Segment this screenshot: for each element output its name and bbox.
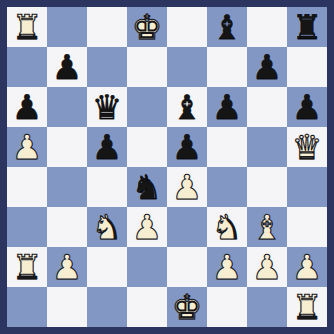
black-knight[interactable]: ♞	[132, 167, 162, 207]
white-knight[interactable]: ♞	[212, 207, 242, 247]
square-d7[interactable]	[127, 47, 167, 87]
square-e2[interactable]	[167, 247, 207, 287]
square-e6[interactable]: ♝	[167, 87, 207, 127]
square-a3[interactable]	[7, 207, 47, 247]
square-b3[interactable]	[47, 207, 87, 247]
square-a8[interactable]: ♜	[7, 7, 47, 47]
white-rook[interactable]: ♜	[12, 7, 42, 47]
square-c6[interactable]: ♛	[87, 87, 127, 127]
black-pawn[interactable]: ♟	[212, 87, 242, 127]
square-a7[interactable]	[7, 47, 47, 87]
square-h8[interactable]: ♜	[287, 7, 327, 47]
square-h7[interactable]	[287, 47, 327, 87]
white-rook[interactable]: ♜	[292, 287, 322, 327]
black-pawn[interactable]: ♟	[92, 127, 122, 167]
square-c3[interactable]: ♞	[87, 207, 127, 247]
square-f3[interactable]: ♞	[207, 207, 247, 247]
white-pawn[interactable]: ♟	[132, 207, 162, 247]
board-grid: ♜♚♝♜♟♟♟♛♝♟♟♟♟♟♛♞♟♞♟♞♝♜♟♟♟♟♚♜	[7, 7, 327, 327]
square-e8[interactable]	[167, 7, 207, 47]
square-a1[interactable]	[7, 287, 47, 327]
square-g4[interactable]	[247, 167, 287, 207]
white-bishop[interactable]: ♝	[252, 207, 282, 247]
square-h6[interactable]: ♟	[287, 87, 327, 127]
white-king[interactable]: ♚	[132, 7, 162, 47]
square-d3[interactable]: ♟	[127, 207, 167, 247]
white-queen[interactable]: ♛	[292, 127, 322, 167]
square-g1[interactable]	[247, 287, 287, 327]
white-rook[interactable]: ♜	[12, 247, 42, 287]
chess-board: ♜♚♝♜♟♟♟♛♝♟♟♟♟♟♛♞♟♞♟♞♝♜♟♟♟♟♚♜	[0, 0, 334, 334]
square-g8[interactable]	[247, 7, 287, 47]
white-pawn[interactable]: ♟	[172, 167, 202, 207]
white-pawn[interactable]: ♟	[12, 127, 42, 167]
square-h3[interactable]	[287, 207, 327, 247]
square-c1[interactable]	[87, 287, 127, 327]
black-pawn[interactable]: ♟	[12, 87, 42, 127]
square-b8[interactable]	[47, 7, 87, 47]
square-c5[interactable]: ♟	[87, 127, 127, 167]
square-e7[interactable]	[167, 47, 207, 87]
white-pawn[interactable]: ♟	[52, 247, 82, 287]
square-f5[interactable]	[207, 127, 247, 167]
square-b2[interactable]: ♟	[47, 247, 87, 287]
square-f7[interactable]	[207, 47, 247, 87]
square-f8[interactable]: ♝	[207, 7, 247, 47]
white-king[interactable]: ♚	[172, 287, 202, 327]
square-c4[interactable]	[87, 167, 127, 207]
white-pawn[interactable]: ♟	[212, 247, 242, 287]
black-pawn[interactable]: ♟	[252, 47, 282, 87]
square-f2[interactable]: ♟	[207, 247, 247, 287]
square-g2[interactable]: ♟	[247, 247, 287, 287]
square-b1[interactable]	[47, 287, 87, 327]
white-knight[interactable]: ♞	[92, 207, 122, 247]
square-c8[interactable]	[87, 7, 127, 47]
square-d4[interactable]: ♞	[127, 167, 167, 207]
square-a2[interactable]: ♜	[7, 247, 47, 287]
square-h1[interactable]: ♜	[287, 287, 327, 327]
square-d8[interactable]: ♚	[127, 7, 167, 47]
black-queen[interactable]: ♛	[92, 87, 122, 127]
square-e4[interactable]: ♟	[167, 167, 207, 207]
square-a5[interactable]: ♟	[7, 127, 47, 167]
square-b5[interactable]	[47, 127, 87, 167]
square-g3[interactable]: ♝	[247, 207, 287, 247]
square-e3[interactable]	[167, 207, 207, 247]
black-pawn[interactable]: ♟	[172, 127, 202, 167]
square-f6[interactable]: ♟	[207, 87, 247, 127]
square-d1[interactable]	[127, 287, 167, 327]
black-bishop[interactable]: ♝	[172, 87, 202, 127]
square-a4[interactable]	[7, 167, 47, 207]
square-d6[interactable]	[127, 87, 167, 127]
square-f4[interactable]	[207, 167, 247, 207]
square-a6[interactable]: ♟	[7, 87, 47, 127]
square-h5[interactable]: ♛	[287, 127, 327, 167]
square-f1[interactable]	[207, 287, 247, 327]
square-h2[interactable]: ♟	[287, 247, 327, 287]
square-b7[interactable]: ♟	[47, 47, 87, 87]
white-pawn[interactable]: ♟	[252, 247, 282, 287]
square-e5[interactable]: ♟	[167, 127, 207, 167]
square-b4[interactable]	[47, 167, 87, 207]
black-rook[interactable]: ♜	[292, 7, 322, 47]
square-c7[interactable]	[87, 47, 127, 87]
square-d2[interactable]	[127, 247, 167, 287]
square-b6[interactable]	[47, 87, 87, 127]
square-h4[interactable]	[287, 167, 327, 207]
black-pawn[interactable]: ♟	[52, 47, 82, 87]
black-pawn[interactable]: ♟	[292, 87, 322, 127]
black-bishop[interactable]: ♝	[212, 7, 242, 47]
square-g7[interactable]: ♟	[247, 47, 287, 87]
square-e1[interactable]: ♚	[167, 287, 207, 327]
square-d5[interactable]	[127, 127, 167, 167]
square-g6[interactable]	[247, 87, 287, 127]
white-pawn[interactable]: ♟	[292, 247, 322, 287]
square-g5[interactable]	[247, 127, 287, 167]
square-c2[interactable]	[87, 247, 127, 287]
